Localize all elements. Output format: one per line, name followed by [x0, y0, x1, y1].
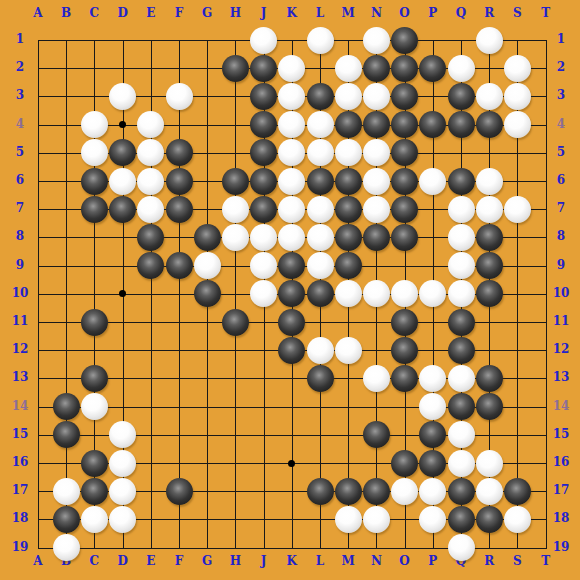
- stone-black-S17[interactable]: [504, 478, 531, 505]
- col-label-top-E: E: [137, 6, 165, 20]
- stone-white-C18[interactable]: [81, 506, 108, 533]
- stone-black-J2[interactable]: [250, 55, 277, 82]
- stone-white-P17[interactable]: [419, 478, 446, 505]
- stone-white-P18[interactable]: [419, 506, 446, 533]
- stone-white-L12[interactable]: [307, 337, 334, 364]
- col-label-bottom-E: E: [137, 554, 165, 568]
- stone-black-P2[interactable]: [419, 55, 446, 82]
- row-label-right-6: 6: [549, 173, 573, 187]
- stone-white-L4[interactable]: [307, 111, 334, 138]
- col-label-bottom-M: M: [334, 554, 362, 568]
- col-label-bottom-T: T: [532, 554, 560, 568]
- stone-white-J9[interactable]: [250, 252, 277, 279]
- row-label-right-2: 2: [549, 60, 573, 74]
- stone-white-D16[interactable]: [109, 450, 136, 477]
- stone-white-D3[interactable]: [109, 83, 136, 110]
- stone-black-J3[interactable]: [250, 83, 277, 110]
- stone-black-R9[interactable]: [476, 252, 503, 279]
- row-label-left-11: 11: [8, 314, 32, 328]
- stone-black-R14[interactable]: [476, 393, 503, 420]
- row-label-left-6: 6: [8, 173, 32, 187]
- stone-white-Q13[interactable]: [448, 365, 475, 392]
- star-point-K16: [288, 460, 295, 467]
- stone-white-K8[interactable]: [278, 224, 305, 251]
- stone-white-M18[interactable]: [335, 506, 362, 533]
- stone-white-L8[interactable]: [307, 224, 334, 251]
- stone-white-R7[interactable]: [476, 196, 503, 223]
- stone-black-O3[interactable]: [391, 83, 418, 110]
- stone-white-N1[interactable]: [363, 27, 390, 54]
- row-label-right-14: 14: [549, 399, 573, 413]
- stone-white-Q15[interactable]: [448, 421, 475, 448]
- stone-white-Q8[interactable]: [448, 224, 475, 251]
- stone-black-N4[interactable]: [363, 111, 390, 138]
- stone-white-R6[interactable]: [476, 168, 503, 195]
- stone-white-R17[interactable]: [476, 478, 503, 505]
- row-label-right-4: 4: [549, 117, 573, 131]
- row-label-left-4: 4: [8, 117, 32, 131]
- stone-white-B17[interactable]: [53, 478, 80, 505]
- stone-black-H2[interactable]: [222, 55, 249, 82]
- stone-black-Q18[interactable]: [448, 506, 475, 533]
- row-label-left-18: 18: [8, 511, 32, 525]
- stone-black-C6[interactable]: [81, 168, 108, 195]
- col-label-bottom-A: A: [24, 554, 52, 568]
- stone-black-J4[interactable]: [250, 111, 277, 138]
- row-label-right-13: 13: [549, 370, 573, 384]
- stone-black-Q14[interactable]: [448, 393, 475, 420]
- stone-white-L7[interactable]: [307, 196, 334, 223]
- stone-black-C11[interactable]: [81, 309, 108, 336]
- stone-white-S2[interactable]: [504, 55, 531, 82]
- row-label-left-12: 12: [8, 342, 32, 356]
- stone-black-L6[interactable]: [307, 168, 334, 195]
- stone-black-N8[interactable]: [363, 224, 390, 251]
- stone-black-Q17[interactable]: [448, 478, 475, 505]
- stone-white-C5[interactable]: [81, 139, 108, 166]
- row-label-left-19: 19: [8, 540, 32, 554]
- col-label-bottom-K: K: [278, 554, 306, 568]
- stone-black-D7[interactable]: [109, 196, 136, 223]
- row-label-right-19: 19: [549, 540, 573, 554]
- row-label-left-1: 1: [8, 32, 32, 46]
- row-label-left-9: 9: [8, 258, 32, 272]
- stone-black-Q6[interactable]: [448, 168, 475, 195]
- stone-black-C17[interactable]: [81, 478, 108, 505]
- stone-black-B18[interactable]: [53, 506, 80, 533]
- stone-black-O16[interactable]: [391, 450, 418, 477]
- stone-white-S4[interactable]: [504, 111, 531, 138]
- stone-black-G8[interactable]: [194, 224, 221, 251]
- stone-white-Q9[interactable]: [448, 252, 475, 279]
- col-label-top-S: S: [503, 6, 531, 20]
- stone-black-C16[interactable]: [81, 450, 108, 477]
- stone-white-N7[interactable]: [363, 196, 390, 223]
- stone-white-K2[interactable]: [278, 55, 305, 82]
- stone-black-O6[interactable]: [391, 168, 418, 195]
- row-label-left-17: 17: [8, 483, 32, 497]
- stone-black-H6[interactable]: [222, 168, 249, 195]
- row-label-left-5: 5: [8, 145, 32, 159]
- stone-black-O12[interactable]: [391, 337, 418, 364]
- stone-white-Q16[interactable]: [448, 450, 475, 477]
- stone-black-R10[interactable]: [476, 280, 503, 307]
- stone-white-S18[interactable]: [504, 506, 531, 533]
- stone-white-J1[interactable]: [250, 27, 277, 54]
- col-label-top-B: B: [52, 6, 80, 20]
- row-label-right-1: 1: [549, 32, 573, 46]
- stone-white-C14[interactable]: [81, 393, 108, 420]
- row-label-left-7: 7: [8, 201, 32, 215]
- stone-black-E8[interactable]: [137, 224, 164, 251]
- col-label-top-T: T: [532, 6, 560, 20]
- col-label-top-L: L: [306, 6, 334, 20]
- stone-white-G9[interactable]: [194, 252, 221, 279]
- stone-black-N15[interactable]: [363, 421, 390, 448]
- stone-black-J7[interactable]: [250, 196, 277, 223]
- stone-black-N2[interactable]: [363, 55, 390, 82]
- stone-black-M17[interactable]: [335, 478, 362, 505]
- stone-black-N17[interactable]: [363, 478, 390, 505]
- stone-white-E6[interactable]: [137, 168, 164, 195]
- row-label-left-10: 10: [8, 286, 32, 300]
- stone-black-R4[interactable]: [476, 111, 503, 138]
- col-label-top-A: A: [24, 6, 52, 20]
- col-label-top-F: F: [165, 6, 193, 20]
- stone-black-R13[interactable]: [476, 365, 503, 392]
- stone-black-O4[interactable]: [391, 111, 418, 138]
- stone-black-F7[interactable]: [166, 196, 193, 223]
- stone-black-B15[interactable]: [53, 421, 80, 448]
- col-label-bottom-P: P: [419, 554, 447, 568]
- stone-white-K7[interactable]: [278, 196, 305, 223]
- stone-black-C13[interactable]: [81, 365, 108, 392]
- row-label-right-17: 17: [549, 483, 573, 497]
- stone-white-N5[interactable]: [363, 139, 390, 166]
- stone-black-O13[interactable]: [391, 365, 418, 392]
- stone-white-S3[interactable]: [504, 83, 531, 110]
- stone-white-C4[interactable]: [81, 111, 108, 138]
- stone-white-K6[interactable]: [278, 168, 305, 195]
- stone-black-O11[interactable]: [391, 309, 418, 336]
- stone-white-J8[interactable]: [250, 224, 277, 251]
- stone-black-L3[interactable]: [307, 83, 334, 110]
- stone-white-F3[interactable]: [166, 83, 193, 110]
- stone-black-Q4[interactable]: [448, 111, 475, 138]
- col-label-bottom-S: S: [503, 554, 531, 568]
- col-label-top-K: K: [278, 6, 306, 20]
- stone-white-H8[interactable]: [222, 224, 249, 251]
- row-label-right-18: 18: [549, 511, 573, 525]
- row-label-right-12: 12: [549, 342, 573, 356]
- stone-black-M4[interactable]: [335, 111, 362, 138]
- stone-white-L9[interactable]: [307, 252, 334, 279]
- row-label-right-7: 7: [549, 201, 573, 215]
- row-label-right-16: 16: [549, 455, 573, 469]
- stone-black-O7[interactable]: [391, 196, 418, 223]
- stone-white-R1[interactable]: [476, 27, 503, 54]
- stone-white-S7[interactable]: [504, 196, 531, 223]
- col-label-bottom-D: D: [109, 554, 137, 568]
- stone-black-P16[interactable]: [419, 450, 446, 477]
- stone-white-D6[interactable]: [109, 168, 136, 195]
- stone-white-N3[interactable]: [363, 83, 390, 110]
- row-label-left-8: 8: [8, 229, 32, 243]
- stone-white-M5[interactable]: [335, 139, 362, 166]
- stone-white-D18[interactable]: [109, 506, 136, 533]
- stone-white-L1[interactable]: [307, 27, 334, 54]
- stone-black-O1[interactable]: [391, 27, 418, 54]
- col-label-top-N: N: [362, 6, 390, 20]
- col-label-top-O: O: [391, 6, 419, 20]
- stone-black-R18[interactable]: [476, 506, 503, 533]
- stone-black-Q11[interactable]: [448, 309, 475, 336]
- stone-white-E7[interactable]: [137, 196, 164, 223]
- stone-white-P6[interactable]: [419, 168, 446, 195]
- row-label-right-11: 11: [549, 314, 573, 328]
- stone-white-N10[interactable]: [363, 280, 390, 307]
- col-label-bottom-C: C: [80, 554, 108, 568]
- col-label-top-P: P: [419, 6, 447, 20]
- col-label-top-G: G: [193, 6, 221, 20]
- stone-black-Q3[interactable]: [448, 83, 475, 110]
- stone-white-N6[interactable]: [363, 168, 390, 195]
- stone-black-F9[interactable]: [166, 252, 193, 279]
- stone-black-C7[interactable]: [81, 196, 108, 223]
- stone-white-Q10[interactable]: [448, 280, 475, 307]
- stone-black-L10[interactable]: [307, 280, 334, 307]
- stone-white-K3[interactable]: [278, 83, 305, 110]
- row-label-left-13: 13: [8, 370, 32, 384]
- row-label-left-15: 15: [8, 427, 32, 441]
- stone-white-D17[interactable]: [109, 478, 136, 505]
- stone-white-H7[interactable]: [222, 196, 249, 223]
- row-label-right-5: 5: [549, 145, 573, 159]
- stone-black-M9[interactable]: [335, 252, 362, 279]
- row-label-right-9: 9: [549, 258, 573, 272]
- stone-black-O8[interactable]: [391, 224, 418, 251]
- row-label-left-14: 14: [8, 399, 32, 413]
- stone-black-F17[interactable]: [166, 478, 193, 505]
- row-label-right-3: 3: [549, 88, 573, 102]
- stone-black-R8[interactable]: [476, 224, 503, 251]
- col-label-top-M: M: [334, 6, 362, 20]
- stone-white-B19[interactable]: [53, 534, 80, 561]
- stone-white-R3[interactable]: [476, 83, 503, 110]
- stone-black-O2[interactable]: [391, 55, 418, 82]
- stone-white-M12[interactable]: [335, 337, 362, 364]
- stone-white-M2[interactable]: [335, 55, 362, 82]
- stone-black-L17[interactable]: [307, 478, 334, 505]
- stone-white-M10[interactable]: [335, 280, 362, 307]
- col-label-top-Q: Q: [447, 6, 475, 20]
- stone-white-N13[interactable]: [363, 365, 390, 392]
- stone-white-O17[interactable]: [391, 478, 418, 505]
- stone-white-M3[interactable]: [335, 83, 362, 110]
- stone-black-J6[interactable]: [250, 168, 277, 195]
- col-label-bottom-O: O: [391, 554, 419, 568]
- row-label-left-2: 2: [8, 60, 32, 74]
- col-label-top-D: D: [109, 6, 137, 20]
- stone-black-M6[interactable]: [335, 168, 362, 195]
- row-label-left-16: 16: [8, 455, 32, 469]
- stone-black-Q12[interactable]: [448, 337, 475, 364]
- go-board[interactable]: ABCDEFGHJKLMNOPQRST ABCDEFGHJKLMNOPQRST …: [0, 0, 580, 580]
- stone-white-Q19[interactable]: [448, 534, 475, 561]
- row-label-right-8: 8: [549, 229, 573, 243]
- row-label-right-10: 10: [549, 286, 573, 300]
- stone-black-F5[interactable]: [166, 139, 193, 166]
- col-label-bottom-H: H: [221, 554, 249, 568]
- col-label-bottom-N: N: [362, 554, 390, 568]
- stone-black-F6[interactable]: [166, 168, 193, 195]
- col-label-top-R: R: [475, 6, 503, 20]
- col-label-top-H: H: [221, 6, 249, 20]
- stone-white-N18[interactable]: [363, 506, 390, 533]
- col-label-bottom-L: L: [306, 554, 334, 568]
- stone-black-M8[interactable]: [335, 224, 362, 251]
- col-label-top-C: C: [80, 6, 108, 20]
- stone-white-P13[interactable]: [419, 365, 446, 392]
- col-label-top-J: J: [250, 6, 278, 20]
- col-label-bottom-R: R: [475, 554, 503, 568]
- stone-white-R16[interactable]: [476, 450, 503, 477]
- stone-white-Q2[interactable]: [448, 55, 475, 82]
- stone-black-H11[interactable]: [222, 309, 249, 336]
- col-label-bottom-F: F: [165, 554, 193, 568]
- stone-black-K12[interactable]: [278, 337, 305, 364]
- stone-white-L5[interactable]: [307, 139, 334, 166]
- row-label-right-15: 15: [549, 427, 573, 441]
- stone-white-Q7[interactable]: [448, 196, 475, 223]
- stone-black-B14[interactable]: [53, 393, 80, 420]
- stone-black-G10[interactable]: [194, 280, 221, 307]
- stone-black-K11[interactable]: [278, 309, 305, 336]
- col-label-bottom-J: J: [250, 554, 278, 568]
- col-label-bottom-G: G: [193, 554, 221, 568]
- stone-black-M7[interactable]: [335, 196, 362, 223]
- row-label-left-3: 3: [8, 88, 32, 102]
- stone-black-L13[interactable]: [307, 365, 334, 392]
